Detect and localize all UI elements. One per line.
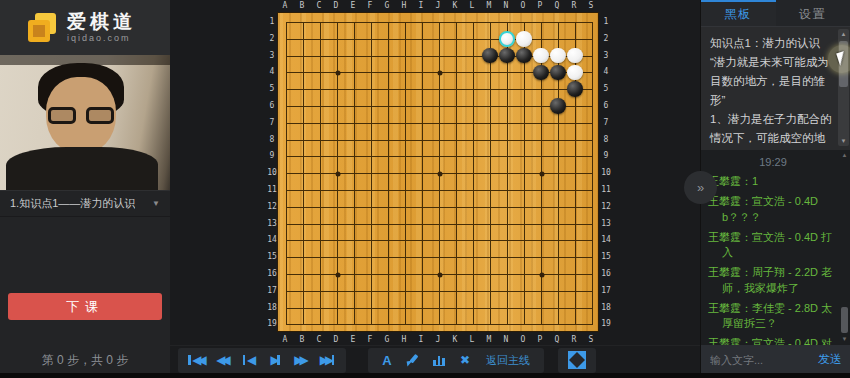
- board-coordinate-label: 10: [601, 168, 611, 177]
- playback-controls-group: ◀◀ ◀◀ ◀ ▶ ▶▶ ▶▶: [178, 348, 346, 373]
- board-coordinate-label: 1: [604, 17, 609, 26]
- chat-scrollbar-thumb[interactable]: [841, 307, 848, 333]
- board-coordinate-label: 13: [267, 218, 277, 227]
- board-coordinate-label: 2: [270, 33, 275, 42]
- board-coordinate-label: 9: [604, 151, 609, 160]
- skip-to-end-button[interactable]: ▶▶: [314, 348, 340, 373]
- board-coordinate-label: 17: [267, 285, 277, 294]
- board-coordinate-label: 17: [601, 285, 611, 294]
- black-stone-R5: [567, 81, 583, 97]
- board-coordinate-label: A: [283, 1, 288, 10]
- white-stone-R4: [567, 65, 583, 81]
- chat-message: 王攀霆：1: [708, 174, 838, 190]
- board-coordinate-label: H: [402, 335, 407, 344]
- board-coordinate-label: O: [521, 1, 526, 10]
- board-coordinate-label: 15: [601, 252, 611, 261]
- skip-to-start-button[interactable]: ◀◀: [184, 348, 210, 373]
- board-coordinate-label: 2: [604, 33, 609, 42]
- board-coordinate-label: J: [436, 335, 441, 344]
- board-coordinate-label: I: [419, 335, 424, 344]
- scroll-up-arrow-icon[interactable]: ▲: [838, 29, 849, 39]
- board-coordinate-label: 18: [601, 302, 611, 311]
- board-coordinate-label: 5: [270, 84, 275, 93]
- logo-bar: 爱棋道 iqidao.com: [0, 0, 170, 55]
- board-coordinate-label: N: [504, 335, 509, 344]
- board-coordinate-label: 9: [270, 151, 275, 160]
- board-coordinate-label: 19: [601, 319, 611, 328]
- board-coordinate-label: 14: [601, 235, 611, 244]
- iqidao-classroom: 爱棋道 iqidao.com 1.知识点1——潜力的认识 ▼ 下课 第 0 步，…: [0, 0, 850, 378]
- chevrons-right-icon: »: [697, 180, 704, 195]
- knowledge-scrollbar[interactable]: ▲ ▼: [838, 29, 849, 146]
- bottom-black-strip: [0, 373, 850, 378]
- board-coordinate-label: E: [351, 1, 356, 10]
- tab-blackboard[interactable]: 黑板: [701, 0, 776, 26]
- white-stone-R3: [567, 48, 583, 64]
- return-main-line-button[interactable]: 返回主线: [478, 353, 538, 368]
- board-coordinate-label: L: [470, 1, 475, 10]
- left-panel: 爱棋道 iqidao.com 1.知识点1——潜力的认识 ▼ 下课 第 0 步，…: [0, 0, 170, 378]
- board-coordinate-label: 3: [270, 50, 275, 59]
- board-coordinate-label: 4: [270, 67, 275, 76]
- go-board-block: AABBCCDDEEFFGGHHIIJJKKLLMMNNOOPPQQRRSS11…: [266, 0, 614, 348]
- board-coordinate-label: 15: [267, 252, 277, 261]
- board-coordinate-label: K: [453, 1, 458, 10]
- person-shirt: [6, 147, 158, 190]
- board-coordinate-label: E: [351, 335, 356, 344]
- annotation-tools-group: A ✖ 返回主线: [368, 348, 544, 373]
- stones-layer: [278, 14, 601, 333]
- tab-settings[interactable]: 设置: [776, 0, 850, 26]
- knowledge-line: 知识点1：潜力的认识: [710, 34, 834, 53]
- fullscreen-button[interactable]: [564, 348, 590, 373]
- bottom-control-bar: ◀◀ ◀◀ ◀ ▶ ▶▶ ▶▶ A ✖ 返回主线: [170, 345, 700, 374]
- knowledge-line: “潜力就是未来可能成为目数的地方，是目的雏形”: [710, 53, 834, 110]
- board-coordinate-label: S: [589, 335, 594, 344]
- board-coordinate-label: 11: [601, 185, 611, 194]
- board-coordinate-label: F: [368, 335, 373, 344]
- board-coordinate-label: D: [334, 335, 339, 344]
- chat-text-input[interactable]: [710, 354, 812, 366]
- rewind-button[interactable]: ◀◀: [210, 348, 236, 373]
- scroll-down-arrow-icon[interactable]: ▼: [838, 136, 849, 146]
- prev-move-button[interactable]: ◀: [236, 348, 262, 373]
- chat-message: 王攀霆：宣文浩 - 0.4D 对方厚拆3打入？？？怕: [708, 336, 838, 345]
- white-stone-Q3: [550, 48, 566, 64]
- chat-message-list: 王攀霆：1王攀霆：宣文浩 - 0.4D b？？？王攀霆：宣文浩 - 0.4D 打…: [708, 174, 838, 345]
- white-stone-O2: [516, 31, 532, 47]
- board-coordinate-label: 3: [604, 50, 609, 59]
- chat-message: 王攀霆：李佳雯 - 2.8D 太厚留拆三？: [708, 301, 838, 332]
- board-coordinate-label: 8: [604, 134, 609, 143]
- board-coordinate-label: 19: [267, 319, 277, 328]
- board-coordinate-label: B: [300, 335, 305, 344]
- chat-message: 王攀霆：宣文浩 - 0.4D b？？？: [708, 194, 838, 225]
- board-coordinate-label: 12: [601, 201, 611, 210]
- board-coordinate-label: 16: [601, 269, 611, 278]
- board-coordinate-label: G: [385, 335, 390, 344]
- board-coordinate-label: 7: [270, 117, 275, 126]
- board-coordinate-label: 7: [604, 117, 609, 126]
- board-coordinate-label: 4: [604, 67, 609, 76]
- black-stone-Q6: [550, 98, 566, 114]
- board-coordinate-label: P: [538, 1, 543, 10]
- move-counter-status: 第 0 步，共 0 步: [0, 352, 170, 369]
- bar-chart-icon: [433, 354, 445, 366]
- board-coordinate-label: Q: [555, 335, 560, 344]
- board-coordinate-label: 16: [267, 269, 277, 278]
- chat-input-row: 发送: [701, 345, 850, 374]
- right-panel: » 黑板 设置 知识点1：潜力的认识“潜力就是未来可能成为目数的地方，是目的雏形…: [700, 0, 850, 378]
- board-coordinate-label: H: [402, 1, 407, 10]
- board-coordinate-label: 6: [604, 101, 609, 110]
- brush-icon: [406, 353, 420, 367]
- chat-message: 王攀霆：宣文浩 - 0.4D 打入: [708, 230, 838, 261]
- board-coordinate-label: F: [368, 1, 373, 10]
- board-coordinate-label: M: [487, 335, 492, 344]
- fast-forward-button[interactable]: ▶▶: [288, 348, 314, 373]
- knowledge-notes-area: 知识点1：潜力的认识“潜力就是未来可能成为目数的地方，是目的雏形”1、潜力是在子…: [701, 27, 850, 150]
- lesson-section-label: 1.知识点1——潜力的认识: [10, 196, 135, 211]
- teacher-webcam-video: [0, 55, 170, 190]
- board-coordinate-label: 14: [267, 235, 277, 244]
- board-coordinate-label: R: [572, 1, 577, 10]
- white-stone-N2: [499, 31, 515, 47]
- board-coordinate-label: D: [334, 1, 339, 10]
- board-coordinate-label: 1: [270, 17, 275, 26]
- black-stone-Q4: [550, 65, 566, 81]
- chat-area: 19:29 王攀霆：1王攀霆：宣文浩 - 0.4D b？？？王攀霆：宣文浩 - …: [701, 150, 850, 345]
- iqidao-logo-icon: [28, 13, 58, 43]
- fullscreen-group: [558, 348, 596, 373]
- white-stone-P3: [533, 48, 549, 64]
- board-coordinate-label: J: [436, 1, 441, 10]
- board-coordinate-label: I: [419, 1, 424, 10]
- board-coordinate-label: G: [385, 1, 390, 10]
- board-coordinate-label: 6: [270, 101, 275, 110]
- board-coordinate-label: C: [317, 335, 322, 344]
- board-coordinate-label: 18: [267, 302, 277, 311]
- end-class-button[interactable]: 下课: [8, 293, 162, 320]
- chat-timestamp: 19:29: [708, 156, 838, 168]
- go-board[interactable]: [277, 12, 599, 332]
- board-coordinate-label: Q: [555, 1, 560, 10]
- knowledge-scrollbar-thumb[interactable]: [839, 41, 848, 87]
- board-coordinate-label: 10: [267, 168, 277, 177]
- board-coordinate-label: K: [453, 335, 458, 344]
- brand-domain: iqidao.com: [67, 34, 136, 43]
- board-coordinate-label: P: [538, 335, 543, 344]
- board-coordinate-label: O: [521, 335, 526, 344]
- board-coordinate-label: R: [572, 335, 577, 344]
- board-coordinate-label: C: [317, 1, 322, 10]
- scroll-down-arrow-icon[interactable]: ▼: [840, 336, 849, 342]
- chat-scrollbar[interactable]: ▲ ▼: [840, 152, 849, 342]
- black-stone-P4: [533, 65, 549, 81]
- scroll-up-arrow-icon[interactable]: ▲: [840, 152, 849, 158]
- knowledge-line: 1、潜力是在子力配合的情况下，可能成空的地方。: [710, 110, 834, 150]
- fullscreen-icon: [570, 353, 584, 367]
- board-coordinate-label: N: [504, 1, 509, 10]
- board-coordinate-label: 11: [267, 185, 277, 194]
- board-coordinate-label: 13: [601, 218, 611, 227]
- board-coordinate-label: L: [470, 335, 475, 344]
- chart-tool-button[interactable]: [426, 348, 452, 373]
- board-coordinate-label: S: [589, 1, 594, 10]
- black-stone-O3: [516, 48, 532, 64]
- chat-message: 王攀霆：周子翔 - 2.2D 老师，我家爆炸了: [708, 265, 838, 296]
- board-coordinate-label: B: [300, 1, 305, 10]
- brand-title: 爱棋道: [67, 12, 136, 32]
- send-button[interactable]: 发送: [818, 351, 842, 368]
- right-panel-tabs: 黑板 设置: [701, 0, 850, 27]
- clear-annotations-button[interactable]: ✖: [452, 348, 478, 373]
- chevron-down-icon: ▼: [152, 199, 160, 208]
- board-coordinate-label: 8: [270, 134, 275, 143]
- brush-tool-button[interactable]: [400, 348, 426, 373]
- board-coordinate-label: 5: [604, 84, 609, 93]
- board-coordinate-label: 12: [267, 201, 277, 210]
- next-move-button[interactable]: ▶: [262, 348, 288, 373]
- black-stone-M3: [482, 48, 498, 64]
- collapse-panel-button[interactable]: »: [684, 171, 717, 204]
- text-tool-button[interactable]: A: [374, 348, 400, 373]
- knowledge-text: 知识点1：潜力的认识“潜力就是未来可能成为目数的地方，是目的雏形”1、潜力是在子…: [710, 34, 834, 150]
- board-coordinate-label: A: [283, 335, 288, 344]
- black-stone-N3: [499, 48, 515, 64]
- lesson-section-dropdown[interactable]: 1.知识点1——潜力的认识 ▼: [0, 190, 170, 217]
- person-glasses: [48, 107, 114, 125]
- board-coordinate-label: M: [487, 1, 492, 10]
